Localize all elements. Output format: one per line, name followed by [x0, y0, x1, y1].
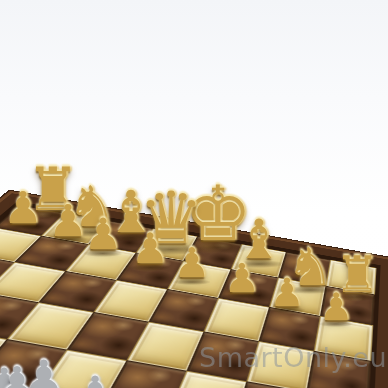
chess-piece-gold-pawn: ♟: [3, 186, 42, 230]
product-photo-canvas: ♜♞♝♛♚♝♞♜♟♟♟♟♟♟♟♟♟♟♟♟ SmartOnly.eu: [0, 0, 388, 388]
chess-piece-silver-pawn: ♟: [0, 360, 39, 388]
chess-piece-silver-pawn: ♟: [74, 370, 115, 388]
chess-piece-gold-pawn: ♟: [131, 228, 169, 270]
chess-piece-gold-pawn: ♟: [48, 199, 87, 243]
chess-piece-gold-pawn: ♟: [270, 273, 305, 312]
chess-piece-gold-pawn: ♟: [224, 258, 260, 298]
chess-piece-gold-pawn: ♟: [174, 243, 211, 284]
pieces-layer: ♜♞♝♛♚♝♞♜♟♟♟♟♟♟♟♟♟♟♟♟: [0, 0, 388, 388]
chess-piece-gold-pawn: ♟: [84, 213, 123, 256]
chess-piece-gold-pawn: ♟: [319, 288, 353, 326]
watermark-text: SmartOnly.eu: [199, 342, 387, 373]
